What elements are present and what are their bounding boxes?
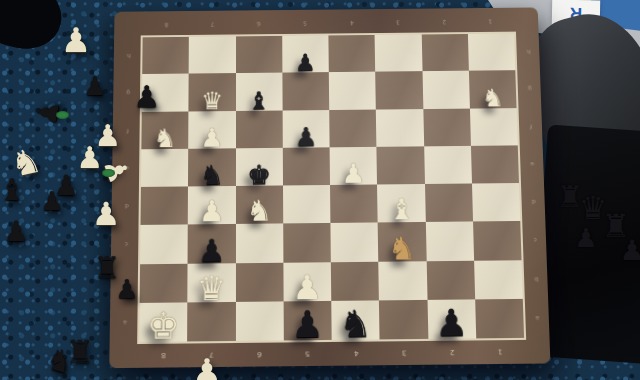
square-e7[interactable] [188, 148, 235, 186]
coord-label-h: h [127, 53, 131, 60]
captured-black-piece: ♟ [83, 73, 106, 99]
coord-label-5: 5 [303, 20, 307, 27]
square-a8[interactable] [139, 302, 187, 342]
chess-board[interactable]: ♚♛♛♞♞♞♞♝♟♟♟♟♚♞♞♝♟♟♟♟♟ 8765432187654321hg… [109, 7, 550, 368]
captured-white-piece: ♟ [92, 198, 121, 230]
square-d2[interactable] [425, 183, 473, 222]
square-b2[interactable] [426, 260, 475, 299]
square-b1[interactable] [474, 260, 523, 299]
square-h8[interactable] [142, 37, 189, 74]
square-h5[interactable] [282, 35, 329, 72]
square-a6[interactable] [235, 301, 283, 341]
coord-label-4: 4 [354, 349, 359, 357]
square-c1[interactable] [473, 221, 522, 260]
tray-black-piece: ♟ [619, 234, 640, 267]
square-f7[interactable] [188, 111, 235, 149]
square-c4[interactable] [330, 223, 378, 262]
square-a1[interactable] [475, 299, 524, 339]
square-e5[interactable] [283, 147, 330, 185]
square-f3[interactable] [376, 109, 424, 147]
square-b7[interactable] [188, 263, 236, 302]
square-c2[interactable] [425, 222, 474, 261]
coord-label-6: 6 [257, 20, 261, 27]
coord-label-c: c [533, 237, 537, 244]
square-f1[interactable] [470, 108, 518, 146]
square-e2[interactable] [424, 146, 472, 184]
square-a3[interactable] [379, 300, 428, 340]
coord-label-3: 3 [402, 348, 407, 356]
coord-label-f: f [530, 123, 532, 130]
square-h6[interactable] [236, 36, 283, 73]
green-felt-base [56, 111, 69, 119]
coord-label-f: f [127, 127, 129, 134]
captured-white-piece: ♟ [192, 354, 222, 380]
coord-label-2: 2 [442, 18, 446, 25]
square-d3[interactable] [377, 184, 425, 223]
square-g5[interactable] [282, 72, 329, 110]
square-f8[interactable] [141, 111, 188, 149]
square-f2[interactable] [423, 108, 471, 146]
coord-label-6: 6 [257, 350, 262, 358]
coord-label-4: 4 [350, 19, 354, 26]
board-playing-area: ♚♛♛♞♞♞♞♝♟♟♟♟♚♞♞♝♟♟♟♟♟ [137, 32, 526, 344]
coord-label-8: 8 [161, 351, 166, 359]
square-g2[interactable] [422, 71, 470, 109]
square-d8[interactable] [141, 186, 189, 225]
square-e8[interactable] [141, 149, 188, 187]
dark-corner-object [0, 0, 69, 57]
square-b5[interactable] [283, 262, 331, 301]
square-h4[interactable] [328, 35, 375, 72]
square-e6[interactable] [235, 148, 282, 186]
coord-label-c: c [124, 241, 127, 248]
coord-label-5: 5 [305, 349, 310, 357]
square-d4[interactable] [330, 184, 378, 223]
square-h2[interactable] [421, 34, 468, 71]
square-a4[interactable] [331, 300, 380, 340]
square-g7[interactable] [189, 73, 236, 111]
square-f4[interactable] [329, 109, 376, 147]
coord-label-3: 3 [396, 19, 400, 26]
coord-label-1: 1 [489, 18, 493, 25]
squares-grid [139, 34, 524, 342]
coord-label-e: e [530, 160, 534, 167]
square-h7[interactable] [189, 36, 236, 73]
square-c6[interactable] [235, 224, 283, 263]
coord-label-g: g [126, 90, 130, 97]
photo-scene: R ♜♛♜♟♟ ♚♛♛♞♞♞♞♝♟♟♟♟♚♞♞♝♟♟♟♟♟ 8765432187… [0, 0, 640, 380]
coord-label-a: a [123, 319, 127, 326]
square-c7[interactable] [188, 224, 236, 263]
square-d7[interactable] [188, 186, 235, 225]
coord-label-1: 1 [498, 347, 503, 355]
captured-black-piece: ♟ [115, 276, 138, 302]
square-g4[interactable] [329, 72, 376, 110]
captured-black-piece: ♝ [0, 175, 25, 205]
square-a5[interactable] [283, 301, 331, 341]
coord-label-d: d [532, 198, 536, 205]
square-c8[interactable] [140, 225, 188, 264]
square-d1[interactable] [472, 183, 520, 222]
square-b6[interactable] [235, 262, 283, 301]
captured-black-piece: ♞ [43, 343, 77, 379]
captured-black-piece: ♟ [40, 188, 63, 214]
coord-label-d: d [125, 203, 129, 210]
coordinate-labels: 8765432187654321hgfedcbahgfedcba [115, 7, 538, 11]
square-c5[interactable] [283, 223, 331, 262]
coord-label-a: a [536, 314, 540, 321]
square-f6[interactable] [236, 110, 283, 148]
square-a2[interactable] [427, 299, 476, 339]
square-c3[interactable] [378, 222, 426, 261]
coord-label-8: 8 [164, 21, 168, 28]
square-b4[interactable] [331, 261, 379, 300]
square-e4[interactable] [330, 147, 378, 185]
square-b8[interactable] [140, 263, 188, 302]
square-f5[interactable] [282, 110, 329, 148]
square-e3[interactable] [377, 146, 425, 184]
captured-black-piece: ♟ [3, 218, 28, 246]
square-h3[interactable] [375, 34, 422, 71]
square-b3[interactable] [379, 261, 428, 300]
square-g1[interactable] [469, 70, 517, 108]
captured-white-piece: ♟ [61, 23, 91, 57]
square-g6[interactable] [236, 73, 283, 111]
square-e1[interactable] [471, 145, 519, 183]
coord-label-b: b [534, 275, 538, 282]
coord-label-2: 2 [450, 348, 455, 356]
square-g3[interactable] [375, 71, 422, 109]
square-a7[interactable] [187, 302, 235, 342]
square-d5[interactable] [283, 185, 331, 224]
coord-label-7: 7 [210, 21, 214, 28]
coord-label-g: g [528, 85, 532, 92]
square-d6[interactable] [235, 185, 282, 224]
coord-label-h: h [526, 48, 530, 55]
square-h1[interactable] [468, 34, 516, 71]
captured-black-piece: ♟ [134, 82, 161, 112]
green-felt-base [102, 169, 115, 177]
tray-black-piece: ♟ [574, 223, 597, 253]
